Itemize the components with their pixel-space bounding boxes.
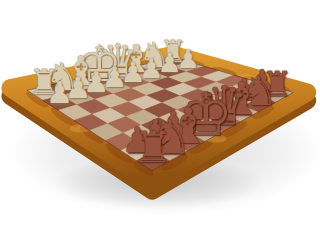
piece-white-pawn-h2[interactable]: ♟ xyxy=(46,78,73,108)
piece-red-rook-h8[interactable]: ♜ xyxy=(134,126,173,169)
chess-3d-scene: ♜♞♟♝♟♛♟♚♟♝♟♞♟♟♜♜♟♟♟♞♟♝♟♛♟♚♟♝♟♟♞♜ xyxy=(0,0,320,240)
